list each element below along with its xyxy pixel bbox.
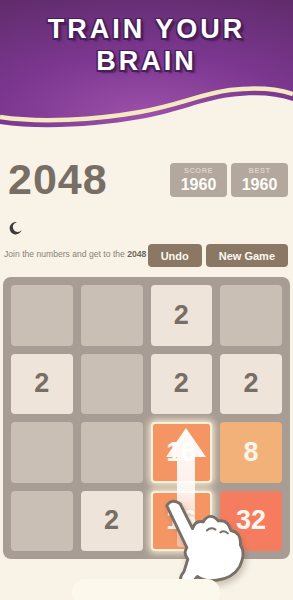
cell-r4c2: 2 [81, 491, 143, 552]
dark-mode-toggle[interactable] [8, 221, 23, 236]
best-label: BEST [248, 166, 270, 175]
instructions-text: Join the numbers and get to the [4, 249, 127, 259]
crescent-moon-icon [8, 221, 23, 236]
cell-r1c2 [81, 285, 143, 346]
cell-r2c2 [81, 354, 143, 415]
cell-r2c4: 2 [220, 354, 282, 415]
score-label: SCORE [184, 166, 213, 175]
cell-r4c3: 16 [151, 491, 213, 552]
control-buttons: Undo New Game [148, 244, 288, 267]
app-banner-title: TRAIN YOUR BRAIN [0, 13, 293, 77]
cell-r3c1 [11, 422, 73, 483]
best-badge: BEST 1960 [231, 163, 288, 197]
score-badges: SCORE 1960 BEST 1960 [170, 163, 288, 197]
cell-r1c1 [11, 285, 73, 346]
score-value: 1960 [181, 176, 217, 194]
cell-r4c1 [11, 491, 73, 552]
score-badge: SCORE 1960 [170, 163, 227, 197]
game-board[interactable]: 2 2 2 2 16 8 2 16 32 [3, 277, 290, 559]
game-instructions: Join the numbers and get to the 2048 til… [4, 249, 164, 259]
best-value: 1960 [242, 176, 278, 194]
new-game-button[interactable]: New Game [206, 244, 288, 267]
cell-r1c3: 2 [151, 285, 213, 346]
cell-r3c2 [81, 422, 143, 483]
cell-r2c1: 2 [11, 354, 73, 415]
header-banner: TRAIN YOUR BRAIN [0, 0, 293, 132]
banner-title-line2: BRAIN [0, 45, 293, 77]
faint-toast [72, 579, 220, 600]
undo-button[interactable]: Undo [148, 244, 202, 267]
cell-r4c4: 32 [220, 491, 282, 552]
cell-r3c3: 16 [151, 422, 213, 483]
banner-title-line1: TRAIN YOUR [0, 13, 293, 45]
cell-r1c4 [220, 285, 282, 346]
cell-r2c3: 2 [151, 354, 213, 415]
cell-r3c4: 8 [220, 422, 282, 483]
page-title: 2048 [8, 155, 108, 204]
